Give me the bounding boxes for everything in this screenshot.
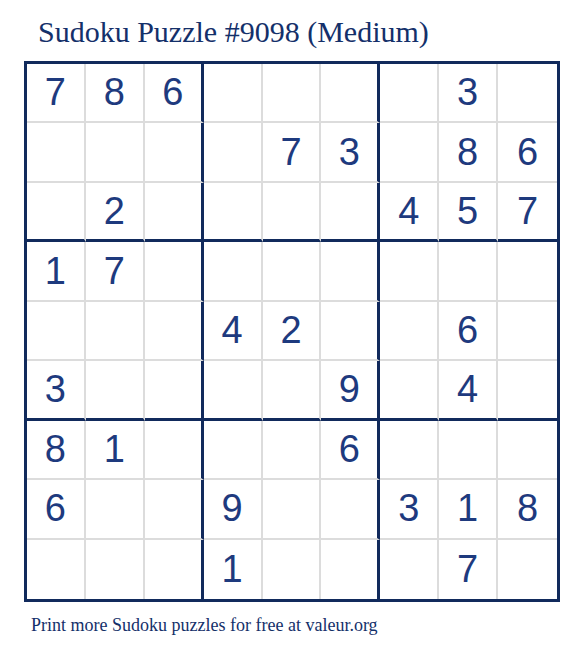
cell-r9c1[interactable] [27,540,86,599]
cell-r1c8[interactable]: 3 [439,64,498,123]
footer-text: Print more Sudoku puzzles for free at va… [31,613,378,637]
cell-r8c6[interactable] [321,480,380,539]
cell-r7c5[interactable] [263,421,322,480]
cell-r7c3[interactable] [145,421,204,480]
cell-r5c7[interactable] [380,302,439,361]
cell-r2c4[interactable] [204,123,263,182]
cell-r1c7[interactable] [380,64,439,123]
cell-r4c2[interactable]: 7 [86,242,145,301]
cell-r9c3[interactable] [145,540,204,599]
cell-r9c7[interactable] [380,540,439,599]
cell-r6c1[interactable]: 3 [27,361,86,420]
cell-r3c6[interactable] [321,183,380,242]
cell-r1c9[interactable] [498,64,557,123]
cell-r4c7[interactable] [380,242,439,301]
cell-r6c3[interactable] [145,361,204,420]
cell-r9c9[interactable] [498,540,557,599]
cell-r5c2[interactable] [86,302,145,361]
cell-r5c6[interactable] [321,302,380,361]
cell-r2c6[interactable]: 3 [321,123,380,182]
cell-r3c1[interactable] [27,183,86,242]
cell-r4c3[interactable] [145,242,204,301]
cell-r5c5[interactable]: 2 [263,302,322,361]
cell-r3c4[interactable] [204,183,263,242]
cell-r1c3[interactable]: 6 [145,64,204,123]
cell-r8c8[interactable]: 1 [439,480,498,539]
cell-r4c5[interactable] [263,242,322,301]
cell-r3c8[interactable]: 5 [439,183,498,242]
cell-r1c5[interactable] [263,64,322,123]
cell-r7c9[interactable] [498,421,557,480]
cell-r6c9[interactable] [498,361,557,420]
cell-r2c5[interactable]: 7 [263,123,322,182]
cell-r5c1[interactable] [27,302,86,361]
cell-r8c1[interactable]: 6 [27,480,86,539]
cell-r9c5[interactable] [263,540,322,599]
cell-r2c3[interactable] [145,123,204,182]
cell-r2c7[interactable] [380,123,439,182]
cell-r4c4[interactable] [204,242,263,301]
cell-r2c9[interactable]: 6 [498,123,557,182]
cell-r9c8[interactable]: 7 [439,540,498,599]
cell-r6c2[interactable] [86,361,145,420]
cell-r7c7[interactable] [380,421,439,480]
cell-r6c7[interactable] [380,361,439,420]
cell-r3c5[interactable] [263,183,322,242]
cell-r6c4[interactable] [204,361,263,420]
cell-r5c9[interactable] [498,302,557,361]
cell-r8c7[interactable]: 3 [380,480,439,539]
cell-r8c4[interactable]: 9 [204,480,263,539]
cell-r1c1[interactable]: 7 [27,64,86,123]
cell-r9c6[interactable] [321,540,380,599]
cell-r6c8[interactable]: 4 [439,361,498,420]
cell-r4c8[interactable] [439,242,498,301]
cell-r4c1[interactable]: 1 [27,242,86,301]
cell-r9c2[interactable] [86,540,145,599]
cell-r3c9[interactable]: 7 [498,183,557,242]
cell-r9c4[interactable]: 1 [204,540,263,599]
sudoku-board: 786373862457174263948166931817 [24,61,560,602]
cell-r6c5[interactable] [263,361,322,420]
page: Sudoku Puzzle #9098 (Medium) 78637386245… [0,0,574,651]
cell-r7c4[interactable] [204,421,263,480]
cell-r8c5[interactable] [263,480,322,539]
cell-r8c3[interactable] [145,480,204,539]
cell-r5c8[interactable]: 6 [439,302,498,361]
cell-r3c7[interactable]: 4 [380,183,439,242]
cell-r2c1[interactable] [27,123,86,182]
puzzle-title: Sudoku Puzzle #9098 (Medium) [38,14,429,50]
cell-r2c8[interactable]: 8 [439,123,498,182]
cell-r1c4[interactable] [204,64,263,123]
cell-r8c2[interactable] [86,480,145,539]
cell-r7c2[interactable]: 1 [86,421,145,480]
cell-r1c2[interactable]: 8 [86,64,145,123]
cell-r7c6[interactable]: 6 [321,421,380,480]
cell-r7c1[interactable]: 8 [27,421,86,480]
cell-r4c9[interactable] [498,242,557,301]
cell-r2c2[interactable] [86,123,145,182]
cell-r8c9[interactable]: 8 [498,480,557,539]
cell-r5c4[interactable]: 4 [204,302,263,361]
cell-r7c8[interactable] [439,421,498,480]
cell-r5c3[interactable] [145,302,204,361]
cell-r3c3[interactable] [145,183,204,242]
cell-r1c6[interactable] [321,64,380,123]
cell-r6c6[interactable]: 9 [321,361,380,420]
cell-r3c2[interactable]: 2 [86,183,145,242]
cell-r4c6[interactable] [321,242,380,301]
